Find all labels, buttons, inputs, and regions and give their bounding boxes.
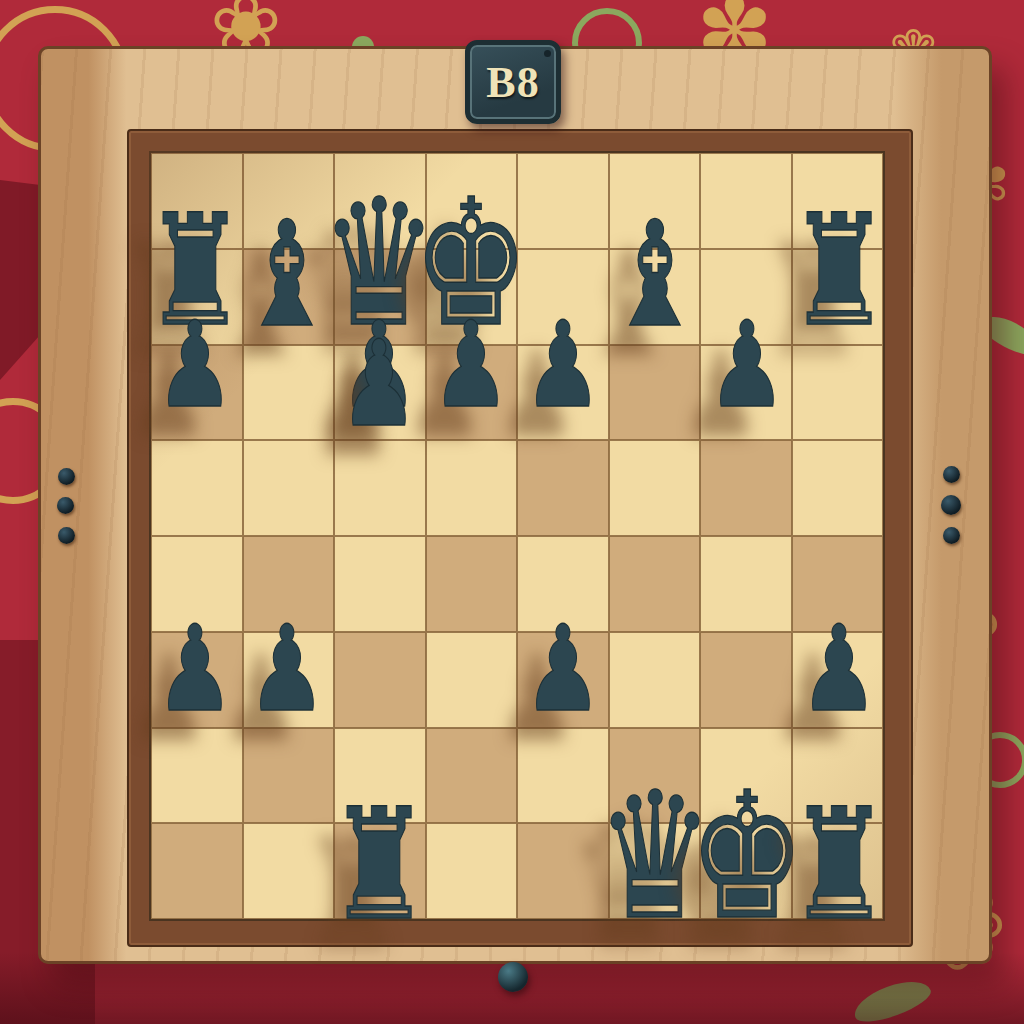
square-f5[interactable] bbox=[609, 440, 701, 536]
square-b5[interactable] bbox=[243, 440, 335, 536]
square-g5[interactable] bbox=[700, 440, 792, 536]
square-f3[interactable] bbox=[609, 632, 701, 728]
square-a2[interactable] bbox=[151, 728, 243, 824]
square-d3[interactable] bbox=[426, 632, 518, 728]
piece-rook-h8[interactable]: ♜ bbox=[788, 243, 890, 332]
square-e8[interactable] bbox=[517, 153, 609, 249]
piece-pawn-a3[interactable]: ♟ bbox=[156, 648, 235, 717]
square-d1[interactable] bbox=[426, 823, 518, 919]
square-c5[interactable] bbox=[334, 440, 426, 536]
square-a5[interactable] bbox=[151, 440, 243, 536]
frame-screw bbox=[941, 495, 961, 515]
square-a1[interactable] bbox=[151, 823, 243, 919]
square-d4[interactable] bbox=[426, 536, 518, 632]
square-b2[interactable] bbox=[243, 728, 335, 824]
wooden-frame: ♜♝♛♚♝♜♟♟♟♟♟♟♟♟♟♟♜♛♚♜ bbox=[38, 46, 992, 964]
square-d2[interactable] bbox=[426, 728, 518, 824]
piece-rook-h1[interactable]: ♜ bbox=[788, 837, 890, 926]
bottom-knob bbox=[498, 962, 528, 992]
square-e2[interactable] bbox=[517, 728, 609, 824]
piece-pawn-e3[interactable]: ♟ bbox=[524, 648, 603, 717]
square-f4[interactable] bbox=[609, 536, 701, 632]
piece-pawn-g7[interactable]: ♟ bbox=[708, 344, 787, 413]
plaque-label: B8 bbox=[486, 57, 539, 108]
square-e5[interactable] bbox=[517, 440, 609, 536]
square-label-plaque: B8 bbox=[465, 40, 561, 124]
frame-screw bbox=[57, 497, 74, 514]
piece-pawn-h3[interactable]: ♟ bbox=[800, 648, 879, 717]
piece-pawn-e7[interactable]: ♟ bbox=[524, 344, 603, 413]
frame-screw bbox=[943, 527, 960, 544]
square-d5[interactable] bbox=[426, 440, 518, 536]
square-h5[interactable] bbox=[792, 440, 884, 536]
frame-screw bbox=[943, 466, 960, 483]
piece-rook-c1[interactable]: ♜ bbox=[328, 837, 430, 926]
square-e1[interactable] bbox=[517, 823, 609, 919]
square-c4[interactable] bbox=[334, 536, 426, 632]
square-g3[interactable] bbox=[700, 632, 792, 728]
square-c3[interactable] bbox=[334, 632, 426, 728]
square-g8[interactable] bbox=[700, 153, 792, 249]
frame-screw bbox=[58, 468, 75, 485]
piece-pawn-b3[interactable]: ♟ bbox=[248, 648, 327, 717]
plaque-screw-icon bbox=[544, 50, 551, 57]
piece-pawn-a7[interactable]: ♟ bbox=[156, 344, 235, 413]
square-g4[interactable] bbox=[700, 536, 792, 632]
frame-screw bbox=[58, 527, 75, 544]
square-b1[interactable] bbox=[243, 823, 335, 919]
piece-pawn-c6[interactable]: ♟ bbox=[340, 363, 419, 432]
piece-bishop-f8[interactable]: ♝ bbox=[607, 248, 704, 332]
piece-pawn-d7[interactable]: ♟ bbox=[432, 344, 511, 413]
